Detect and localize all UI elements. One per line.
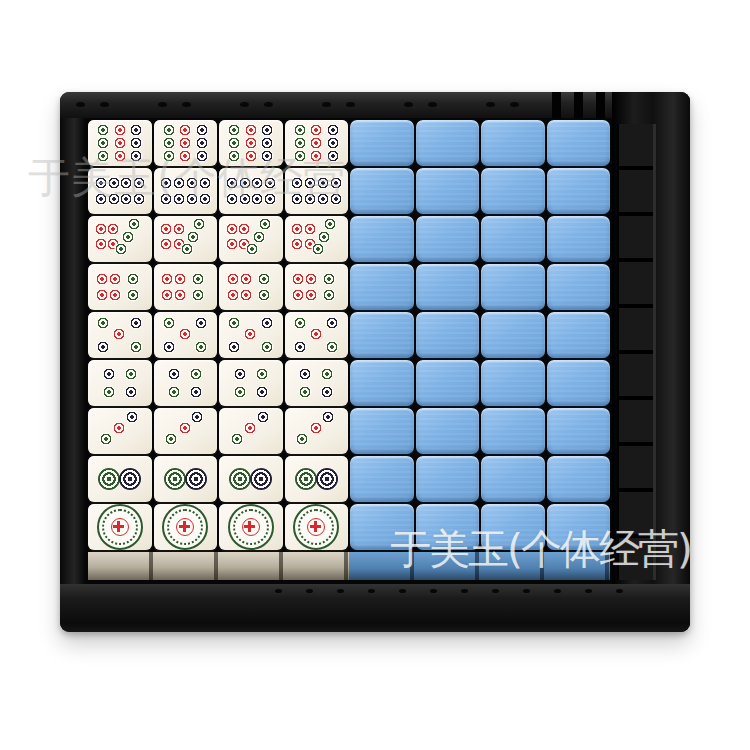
tile-9-dots-face-up[interactable]: [285, 120, 349, 166]
dot-pip: [95, 273, 108, 286]
tile-face-down[interactable]: [350, 312, 414, 358]
tile-3-dots-face-up[interactable]: [285, 408, 349, 454]
dot-pip: [292, 289, 305, 302]
dot-pip: [195, 341, 208, 354]
tile-9-dots-face-up[interactable]: [154, 120, 218, 166]
dot-pip: [113, 124, 126, 137]
dot-pip: [173, 177, 186, 190]
one-dot-pip: [228, 504, 274, 550]
tile-6-dots-face-up[interactable]: [154, 264, 218, 310]
dot-pip: [291, 177, 304, 190]
dot-pip: [97, 317, 110, 330]
dot-pip: [250, 468, 272, 490]
dot-pip: [97, 124, 110, 137]
tile-face-down[interactable]: [350, 264, 414, 310]
tile-7-dots-face-up[interactable]: [219, 216, 283, 262]
dot-pip: [291, 223, 304, 236]
dot-pip: [293, 317, 306, 330]
dot-pip: [310, 124, 323, 137]
dot-pip: [244, 149, 257, 162]
dot-pip: [310, 137, 323, 150]
one-dot-pip: [293, 504, 339, 550]
vent-hole: [428, 102, 437, 107]
tile-6-dots-face-up[interactable]: [285, 264, 349, 310]
dot-pip: [226, 273, 239, 286]
dot-pip: [108, 289, 121, 302]
tile-face-down[interactable]: [547, 408, 611, 454]
tile-6-dots-face-up[interactable]: [219, 264, 283, 310]
tile-face-down[interactable]: [350, 216, 414, 262]
tile-face-down[interactable]: [481, 360, 545, 406]
dot-pip: [230, 433, 243, 446]
dot-pip: [238, 177, 251, 190]
tile-face-down[interactable]: [350, 120, 414, 166]
tile-grid: [88, 120, 610, 550]
dot-pip: [238, 223, 251, 236]
dot-pip: [228, 124, 241, 137]
dot-pip: [261, 137, 274, 150]
tile-face-down[interactable]: [350, 456, 414, 502]
dot-pip: [316, 177, 329, 190]
dot-pip: [179, 149, 192, 162]
dot-pip: [179, 124, 192, 137]
dot-pip: [305, 273, 318, 286]
dot-pip: [255, 385, 268, 398]
tile-1-dots-face-up[interactable]: [219, 504, 283, 550]
dot-pip: [256, 411, 269, 424]
dot-pip: [291, 237, 304, 250]
dot-pip: [161, 273, 174, 286]
dot-pip: [195, 137, 208, 150]
dot-pip: [293, 341, 306, 354]
dot-pip: [193, 218, 206, 231]
dot-pip: [258, 218, 271, 231]
dot-pip: [168, 385, 181, 398]
tile-tray: [86, 118, 612, 584]
tile-7-dots-face-up[interactable]: [154, 216, 218, 262]
tile-5-dots-face-up[interactable]: [219, 312, 283, 358]
dot-pip: [130, 137, 143, 150]
dot-pip: [293, 124, 306, 137]
vent-hole: [240, 102, 249, 107]
tile-face-down[interactable]: [350, 504, 414, 550]
dot-pip: [261, 149, 274, 162]
vent-hole: [461, 589, 468, 593]
tile-face-down[interactable]: [547, 120, 611, 166]
dot-pip: [251, 193, 264, 206]
tile-face-down[interactable]: [416, 216, 480, 262]
tile-face-down[interactable]: [350, 360, 414, 406]
dot-pip: [162, 317, 175, 330]
dot-pip: [120, 177, 133, 190]
vent-hole: [100, 102, 109, 107]
dot-pip: [195, 317, 208, 330]
tile-9-dots-face-up[interactable]: [219, 120, 283, 166]
dot-pip: [244, 421, 257, 434]
tile-face-down[interactable]: [416, 456, 480, 502]
dot-pip: [115, 243, 128, 256]
dot-pip: [129, 341, 142, 354]
dot-pip: [246, 243, 259, 256]
dot-pip: [113, 137, 126, 150]
dot-pip: [94, 193, 107, 206]
tile-2-dots-face-up[interactable]: [285, 456, 349, 502]
dot-pip: [98, 468, 120, 490]
dot-pip: [121, 230, 134, 243]
dot-pip: [293, 137, 306, 150]
dot-pip: [97, 149, 110, 162]
dot-pip: [185, 193, 198, 206]
tile-3-dots-face-up[interactable]: [88, 408, 152, 454]
dot-pip: [321, 385, 334, 398]
tile-8-dots-face-up[interactable]: [285, 168, 349, 214]
dot-pip: [326, 341, 339, 354]
case-left-wall: [60, 118, 86, 584]
dot-pip: [295, 468, 317, 490]
dot-pip: [107, 223, 120, 236]
dot-pip: [126, 273, 139, 286]
tile-face-down[interactable]: [547, 312, 611, 358]
dot-pip: [178, 421, 191, 434]
dot-pip: [296, 433, 309, 446]
tile-2-dots-face-up[interactable]: [154, 456, 218, 502]
dot-pip: [185, 468, 207, 490]
dot-pip: [299, 368, 312, 381]
dot-pip: [108, 273, 121, 286]
dot-pip: [260, 341, 273, 354]
dot-pip: [102, 385, 115, 398]
tile-4-dots-face-up[interactable]: [285, 360, 349, 406]
dot-pip: [238, 193, 251, 206]
dot-pip: [107, 177, 120, 190]
tile-8-dots-face-up[interactable]: [219, 168, 283, 214]
dot-pip: [264, 177, 277, 190]
dot-pip: [185, 177, 198, 190]
dot-pip: [303, 223, 316, 236]
vent-hole: [368, 589, 375, 593]
tile-8-dots-face-up[interactable]: [88, 168, 152, 214]
vent-hole: [76, 102, 85, 107]
tile-5-dots-face-up[interactable]: [154, 312, 218, 358]
dot-pip: [244, 137, 257, 150]
tile-face-down[interactable]: [481, 216, 545, 262]
tile-5-dots-face-up[interactable]: [285, 312, 349, 358]
dot-pip: [316, 468, 338, 490]
dot-pip: [225, 237, 238, 250]
dot-pip: [113, 149, 126, 162]
dot-pip: [309, 328, 322, 341]
tile-face-down[interactable]: [481, 504, 545, 550]
dot-pip: [130, 124, 143, 137]
case-bottom-wall: [60, 584, 690, 632]
case-right-wall: [612, 92, 690, 632]
dot-pip: [228, 341, 241, 354]
dot-pip: [305, 289, 318, 302]
vent-hole: [523, 589, 530, 593]
dot-pip: [326, 149, 339, 162]
dot-pip: [162, 124, 175, 137]
tile-face-down[interactable]: [481, 456, 545, 502]
vent-hole: [404, 102, 413, 107]
tile-4-dots-face-up[interactable]: [219, 360, 283, 406]
tile-face-down[interactable]: [416, 312, 480, 358]
dot-pip: [102, 368, 115, 381]
dot-pip: [326, 317, 339, 330]
dot-pip: [164, 468, 186, 490]
vent-hole: [346, 102, 355, 107]
one-dot-pip: [97, 504, 143, 550]
dot-pip: [94, 223, 107, 236]
tile-1-dots-face-up[interactable]: [154, 504, 218, 550]
dot-pip: [97, 341, 110, 354]
dot-pip: [192, 289, 205, 302]
tile-1-dots-face-up[interactable]: [285, 504, 349, 550]
dot-pip: [195, 124, 208, 137]
dot-pip: [225, 177, 238, 190]
tile-face-down[interactable]: [350, 408, 414, 454]
dot-pip: [162, 137, 175, 150]
dot-pip: [180, 243, 193, 256]
dot-pip: [226, 289, 239, 302]
tile-face-down[interactable]: [481, 408, 545, 454]
dot-pip: [324, 218, 337, 231]
dot-pip: [304, 193, 317, 206]
vent-hole: [510, 102, 519, 107]
dot-pip: [191, 411, 204, 424]
mahjong-case: [60, 92, 690, 632]
vent-hole: [616, 589, 623, 593]
tile-face-down[interactable]: [416, 504, 480, 550]
dot-pip: [322, 411, 335, 424]
dot-pip: [198, 177, 211, 190]
tile-face-down[interactable]: [481, 120, 545, 166]
tile-4-dots-face-up[interactable]: [154, 360, 218, 406]
dot-pip: [174, 273, 187, 286]
dot-pip: [192, 273, 205, 286]
dot-pip: [94, 177, 107, 190]
vent-hole: [337, 589, 344, 593]
dot-pip: [198, 193, 211, 206]
dot-pip: [228, 149, 241, 162]
dot-pip: [228, 317, 241, 330]
tile-face-down[interactable]: [416, 168, 480, 214]
tile-face-down[interactable]: [416, 264, 480, 310]
tile-3-dots-face-up[interactable]: [219, 408, 283, 454]
dot-pip: [311, 243, 324, 256]
tile-face-down[interactable]: [547, 264, 611, 310]
one-dot-pip: [162, 504, 208, 550]
dot-pip: [174, 289, 187, 302]
dot-pip: [329, 193, 342, 206]
dot-pip: [190, 385, 203, 398]
tile-face-down[interactable]: [547, 216, 611, 262]
dot-pip: [124, 368, 137, 381]
tile-4-dots-face-up[interactable]: [88, 360, 152, 406]
dot-pip: [162, 341, 175, 354]
dot-pip: [173, 193, 186, 206]
tile-face-down[interactable]: [481, 168, 545, 214]
tile-face-down[interactable]: [547, 360, 611, 406]
dot-pip: [165, 433, 178, 446]
tile-face-down[interactable]: [416, 408, 480, 454]
tile-face-down[interactable]: [416, 360, 480, 406]
dot-pip: [119, 468, 141, 490]
dot-pip: [94, 237, 107, 250]
dot-pip: [239, 289, 252, 302]
dot-pip: [133, 193, 146, 206]
tile-face-down[interactable]: [547, 504, 611, 550]
dot-pip: [113, 421, 126, 434]
dot-pip: [310, 149, 323, 162]
dot-pip: [160, 237, 173, 250]
tile-face-down[interactable]: [416, 120, 480, 166]
vent-hole: [306, 589, 313, 593]
tile-9-dots-face-up[interactable]: [88, 120, 152, 166]
tile-3-dots-face-up[interactable]: [154, 408, 218, 454]
dot-pip: [130, 149, 143, 162]
dot-pip: [107, 193, 120, 206]
dot-pip: [257, 289, 270, 302]
dot-pip: [264, 193, 277, 206]
tile-face-down[interactable]: [481, 264, 545, 310]
dot-pip: [125, 411, 138, 424]
dot-pip: [233, 385, 246, 398]
tile-sides-strip: [88, 552, 610, 580]
tile-8-dots-face-up[interactable]: [154, 168, 218, 214]
dot-pip: [239, 273, 252, 286]
dot-pip: [126, 289, 139, 302]
vent-hole: [158, 102, 167, 107]
vent-hole: [182, 102, 191, 107]
dot-pip: [321, 368, 334, 381]
tile-face-down[interactable]: [481, 312, 545, 358]
vent-hole: [486, 102, 495, 107]
dot-pip: [113, 328, 126, 341]
dot-pip: [120, 193, 133, 206]
dot-pip: [318, 230, 331, 243]
dot-pip: [160, 223, 173, 236]
dot-pip: [95, 289, 108, 302]
dot-pip: [178, 328, 191, 341]
tile-5-dots-face-up[interactable]: [88, 312, 152, 358]
tile-face-down[interactable]: [547, 456, 611, 502]
dot-pip: [323, 273, 336, 286]
dot-pip: [326, 137, 339, 150]
dot-pip: [252, 230, 265, 243]
tile-face-down[interactable]: [350, 168, 414, 214]
dot-pip: [99, 433, 112, 446]
dot-pip: [244, 328, 257, 341]
dot-pip: [304, 177, 317, 190]
dot-pip: [179, 137, 192, 150]
dot-pip: [129, 317, 142, 330]
dot-pip: [228, 137, 241, 150]
dot-pip: [97, 137, 110, 150]
vent-hole: [585, 589, 592, 593]
vent-hole: [554, 589, 561, 593]
dot-pip: [233, 368, 246, 381]
tile-2-dots-face-up[interactable]: [219, 456, 283, 502]
dot-pip: [291, 193, 304, 206]
dot-pip: [160, 177, 173, 190]
dot-pip: [255, 368, 268, 381]
tile-7-dots-face-up[interactable]: [88, 216, 152, 262]
dot-pip: [292, 273, 305, 286]
dot-pip: [172, 223, 185, 236]
product-photo: 于美玉(个体经营 于美玉(个体经营): [0, 0, 750, 750]
white-tile-sides: [88, 552, 349, 580]
dot-pip: [124, 385, 137, 398]
dot-pip: [127, 218, 140, 231]
dot-pip: [187, 230, 200, 243]
blue-tile-sides: [349, 552, 610, 580]
dot-pip: [293, 149, 306, 162]
dot-pip: [316, 193, 329, 206]
vent-hole: [399, 589, 406, 593]
vent-hole: [264, 102, 273, 107]
tile-7-dots-face-up[interactable]: [285, 216, 349, 262]
dot-pip: [257, 273, 270, 286]
dot-pip: [261, 124, 274, 137]
dot-pip: [190, 368, 203, 381]
dot-pip: [225, 223, 238, 236]
dot-pip: [160, 193, 173, 206]
vent-hole: [430, 589, 437, 593]
tile-6-dots-face-up[interactable]: [88, 264, 152, 310]
dot-pip: [244, 124, 257, 137]
dot-pip: [161, 289, 174, 302]
dot-pip: [329, 177, 342, 190]
dot-pip: [260, 317, 273, 330]
dot-pip: [162, 149, 175, 162]
tile-face-down[interactable]: [547, 168, 611, 214]
dot-pip: [133, 177, 146, 190]
dot-pip: [309, 421, 322, 434]
vent-hole: [322, 102, 331, 107]
tile-2-dots-face-up[interactable]: [88, 456, 152, 502]
dot-pip: [225, 193, 238, 206]
dot-pip: [326, 124, 339, 137]
dot-pip: [195, 149, 208, 162]
dot-pip: [299, 385, 312, 398]
dot-pip: [251, 177, 264, 190]
vent-hole: [492, 589, 499, 593]
dot-pip: [229, 468, 251, 490]
dot-pip: [323, 289, 336, 302]
tile-1-dots-face-up[interactable]: [88, 504, 152, 550]
vent-hole: [275, 589, 282, 593]
dot-pip: [168, 368, 181, 381]
